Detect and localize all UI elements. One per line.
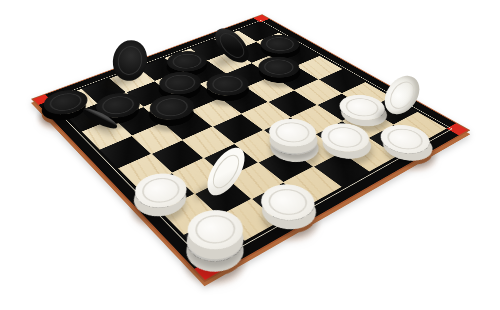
checker-black bbox=[253, 31, 307, 57]
checker-black bbox=[142, 90, 203, 125]
board-wood-edge bbox=[0, 0, 500, 310]
checker-black bbox=[199, 69, 258, 101]
checker-white bbox=[126, 167, 197, 215]
checker-white bbox=[371, 120, 440, 160]
checkers-product-photo bbox=[0, 0, 500, 310]
checkers-board bbox=[33, 15, 468, 280]
checker-white bbox=[312, 118, 380, 158]
pieces-layer bbox=[33, 15, 468, 280]
checker-white bbox=[250, 178, 325, 228]
checker-black bbox=[250, 53, 307, 82]
